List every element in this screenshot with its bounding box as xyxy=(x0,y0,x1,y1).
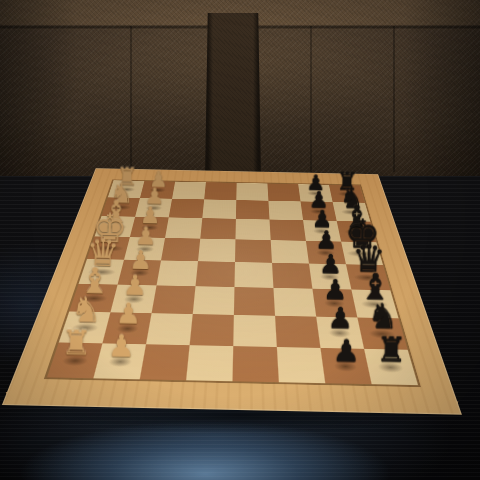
square-h3 xyxy=(172,182,206,200)
square-e3 xyxy=(161,238,200,261)
square-b3 xyxy=(146,313,193,345)
square-h5 xyxy=(236,183,268,201)
square-d8 xyxy=(346,264,390,290)
square-g4 xyxy=(202,199,236,218)
square-g6 xyxy=(268,201,303,220)
square-a4 xyxy=(186,345,233,381)
square-f1 xyxy=(95,216,135,237)
chessboard-wrapper: ♜♞♝♛♚♝♞♜♟♟♟♟♟♟♟♟♟♟♟♟♟♟♟♟♜♞♝♛♚♝♞♜ xyxy=(56,83,413,440)
board-side-edge xyxy=(6,392,459,411)
square-h6 xyxy=(267,184,300,202)
square-g3 xyxy=(169,199,204,218)
square-c6 xyxy=(273,288,316,317)
square-e6 xyxy=(271,240,309,263)
square-f5 xyxy=(235,219,270,240)
playing-field xyxy=(47,180,418,385)
square-d5 xyxy=(234,262,273,288)
square-a6 xyxy=(277,347,325,383)
square-a3 xyxy=(140,344,190,380)
square-g1 xyxy=(102,197,140,216)
square-a2 xyxy=(93,343,146,379)
square-h4 xyxy=(204,182,236,200)
square-g5 xyxy=(236,200,270,219)
square-h1 xyxy=(108,180,145,198)
square-g2 xyxy=(135,198,172,217)
square-e4 xyxy=(198,239,235,262)
photo-scene: ♜♞♝♛♚♝♞♜♟♟♟♟♟♟♟♟♟♟♟♟♟♟♟♟♜♞♝♛♚♝♞♜ xyxy=(0,0,480,480)
square-b2 xyxy=(102,312,151,344)
square-d4 xyxy=(196,261,235,287)
square-c7 xyxy=(312,289,357,318)
square-g8 xyxy=(333,202,371,222)
square-b4 xyxy=(190,314,234,346)
square-d7 xyxy=(309,264,351,290)
square-c5 xyxy=(234,287,275,316)
square-f3 xyxy=(165,217,202,238)
square-a5 xyxy=(233,346,279,382)
square-f8 xyxy=(337,221,377,242)
square-e1 xyxy=(87,236,130,259)
square-d2 xyxy=(118,260,161,286)
square-e2 xyxy=(124,237,165,260)
square-c8 xyxy=(351,289,398,318)
square-b6 xyxy=(275,316,320,348)
square-e8 xyxy=(341,242,383,266)
square-b8 xyxy=(357,317,407,349)
square-d1 xyxy=(79,259,124,285)
square-g7 xyxy=(301,201,337,221)
square-h2 xyxy=(140,181,175,199)
square-d3 xyxy=(157,260,198,286)
square-c4 xyxy=(193,286,235,315)
square-h7 xyxy=(298,184,332,202)
square-b1 xyxy=(59,311,111,343)
square-e5 xyxy=(235,239,272,262)
square-f7 xyxy=(303,220,341,241)
square-f4 xyxy=(200,218,236,239)
square-b7 xyxy=(316,317,364,349)
square-b5 xyxy=(233,315,277,347)
square-f6 xyxy=(269,220,305,241)
chessboard: ♜♞♝♛♚♝♞♜♟♟♟♟♟♟♟♟♟♟♟♟♟♟♟♟♜♞♝♛♚♝♞♜ xyxy=(2,168,462,414)
square-c3 xyxy=(152,285,196,314)
square-c2 xyxy=(110,285,156,314)
square-h8 xyxy=(329,185,365,203)
square-d6 xyxy=(272,263,312,289)
square-e7 xyxy=(306,241,346,264)
square-a7 xyxy=(320,348,371,384)
square-f2 xyxy=(130,217,169,238)
square-a8 xyxy=(364,349,418,385)
